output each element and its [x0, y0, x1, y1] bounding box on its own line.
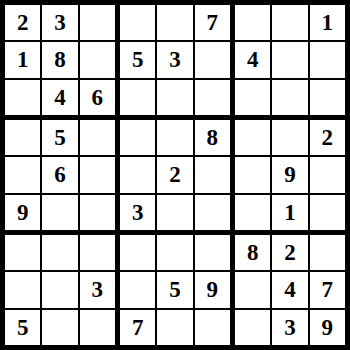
cell-r5c1[interactable] [5, 157, 40, 192]
cell-r1c5[interactable] [157, 5, 192, 40]
cell-r7c1[interactable] [5, 235, 40, 270]
cell-r8c9[interactable]: 7 [310, 272, 345, 307]
cell-r1c4[interactable] [120, 5, 155, 40]
cell-r1c6[interactable]: 7 [195, 5, 230, 40]
cell-r5c4[interactable] [120, 157, 155, 192]
cell-r7c8[interactable]: 2 [272, 235, 307, 270]
cell-r1c2[interactable]: 3 [42, 5, 77, 40]
cell-r5c5[interactable]: 2 [157, 157, 192, 192]
cell-r3c7[interactable] [235, 80, 270, 115]
cell-r9c9[interactable]: 9 [310, 310, 345, 345]
cell-r7c9[interactable] [310, 235, 345, 270]
cell-r9c3[interactable] [80, 310, 115, 345]
cell-r6c9[interactable] [310, 195, 345, 230]
cell-r6c4[interactable]: 3 [120, 195, 155, 230]
cell-r5c7[interactable] [235, 157, 270, 192]
sudoku-box-6: 291 [235, 120, 345, 230]
cell-r5c2[interactable]: 6 [42, 157, 77, 192]
sudoku-box-8: 597 [120, 235, 230, 345]
cell-r6c2[interactable] [42, 195, 77, 230]
cell-r7c3[interactable] [80, 235, 115, 270]
cell-r4c9[interactable]: 2 [310, 120, 345, 155]
sudoku-box-4: 569 [5, 120, 115, 230]
cell-r9c7[interactable] [235, 310, 270, 345]
cell-r3c2[interactable]: 4 [42, 80, 77, 115]
cell-r3c5[interactable] [157, 80, 192, 115]
sudoku-box-1: 231846 [5, 5, 115, 115]
cell-r5c9[interactable] [310, 157, 345, 192]
cell-r8c6[interactable]: 9 [195, 272, 230, 307]
cell-r3c3[interactable]: 6 [80, 80, 115, 115]
cell-r3c6[interactable] [195, 80, 230, 115]
cell-r6c8[interactable]: 1 [272, 195, 307, 230]
cell-r6c7[interactable] [235, 195, 270, 230]
sudoku-box-3: 14 [235, 5, 345, 115]
cell-r8c1[interactable] [5, 272, 40, 307]
cell-r5c3[interactable] [80, 157, 115, 192]
cell-r2c4[interactable]: 5 [120, 42, 155, 77]
cell-r4c8[interactable] [272, 120, 307, 155]
cell-r8c3[interactable]: 3 [80, 272, 115, 307]
cell-r4c5[interactable] [157, 120, 192, 155]
cell-r7c7[interactable]: 8 [235, 235, 270, 270]
cell-r6c1[interactable]: 9 [5, 195, 40, 230]
cell-r2c1[interactable]: 1 [5, 42, 40, 77]
cell-r4c1[interactable] [5, 120, 40, 155]
cell-r4c2[interactable]: 5 [42, 120, 77, 155]
cell-r5c8[interactable]: 9 [272, 157, 307, 192]
cell-r4c6[interactable]: 8 [195, 120, 230, 155]
cell-r2c2[interactable]: 8 [42, 42, 77, 77]
cell-r6c5[interactable] [157, 195, 192, 230]
cell-r7c5[interactable] [157, 235, 192, 270]
cell-r3c9[interactable] [310, 80, 345, 115]
sudoku-box-5: 823 [120, 120, 230, 230]
sudoku-puzzle: 2318467531456982329135597824739 [0, 0, 350, 350]
cell-r9c6[interactable] [195, 310, 230, 345]
cell-r1c1[interactable]: 2 [5, 5, 40, 40]
cell-r2c3[interactable] [80, 42, 115, 77]
cell-r1c9[interactable]: 1 [310, 5, 345, 40]
cell-r2c8[interactable] [272, 42, 307, 77]
cell-r2c7[interactable]: 4 [235, 42, 270, 77]
cell-r3c4[interactable] [120, 80, 155, 115]
cell-r8c2[interactable] [42, 272, 77, 307]
cell-r8c7[interactable] [235, 272, 270, 307]
cell-r8c4[interactable] [120, 272, 155, 307]
cell-r1c8[interactable] [272, 5, 307, 40]
cell-r5c6[interactable] [195, 157, 230, 192]
sudoku-box-9: 824739 [235, 235, 345, 345]
cell-r9c2[interactable] [42, 310, 77, 345]
cell-r7c4[interactable] [120, 235, 155, 270]
cell-r4c7[interactable] [235, 120, 270, 155]
cell-r1c3[interactable] [80, 5, 115, 40]
cell-r1c7[interactable] [235, 5, 270, 40]
cell-r7c2[interactable] [42, 235, 77, 270]
cell-r2c9[interactable] [310, 42, 345, 77]
cell-r4c3[interactable] [80, 120, 115, 155]
cell-r9c1[interactable]: 5 [5, 310, 40, 345]
cell-r9c5[interactable] [157, 310, 192, 345]
sudoku-box-7: 35 [5, 235, 115, 345]
cell-r8c5[interactable]: 5 [157, 272, 192, 307]
cell-r4c4[interactable] [120, 120, 155, 155]
cell-r6c3[interactable] [80, 195, 115, 230]
sudoku-box-2: 753 [120, 5, 230, 115]
cell-r7c6[interactable] [195, 235, 230, 270]
cell-r9c4[interactable]: 7 [120, 310, 155, 345]
cell-r9c8[interactable]: 3 [272, 310, 307, 345]
cell-r6c6[interactable] [195, 195, 230, 230]
sudoku-board: 2318467531456982329135597824739 [0, 0, 350, 350]
cell-r3c8[interactable] [272, 80, 307, 115]
cell-r2c5[interactable]: 3 [157, 42, 192, 77]
cell-r8c8[interactable]: 4 [272, 272, 307, 307]
cell-r2c6[interactable] [195, 42, 230, 77]
cell-r3c1[interactable] [5, 80, 40, 115]
